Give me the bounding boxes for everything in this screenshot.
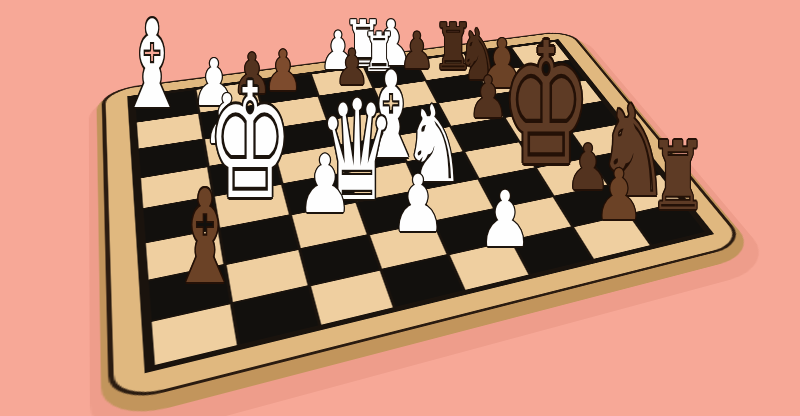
white-pawn-glyph: ♟ [391,165,446,244]
white-bishop-glyph: ♝ [118,5,185,126]
chess-illustration-scene: ♝♟♟♚♛♟♝♞♟♟♟♜♜♟♟♟♟♟♜♞♟♟♚♟♞♟♜♝ [0,0,800,416]
white-pawn-glyph: ♟ [297,145,353,225]
white-pawn-glyph: ♟ [478,181,532,258]
dark-bishop-glyph: ♝ [169,174,240,303]
dark-pawn-glyph: ♟ [595,160,644,230]
pieces-layer: ♝♟♟♚♛♟♝♞♟♟♟♜♜♟♟♟♟♟♜♞♟♟♚♟♞♟♜♝ [0,0,800,416]
dark-rook-glyph: ♜ [648,129,707,223]
